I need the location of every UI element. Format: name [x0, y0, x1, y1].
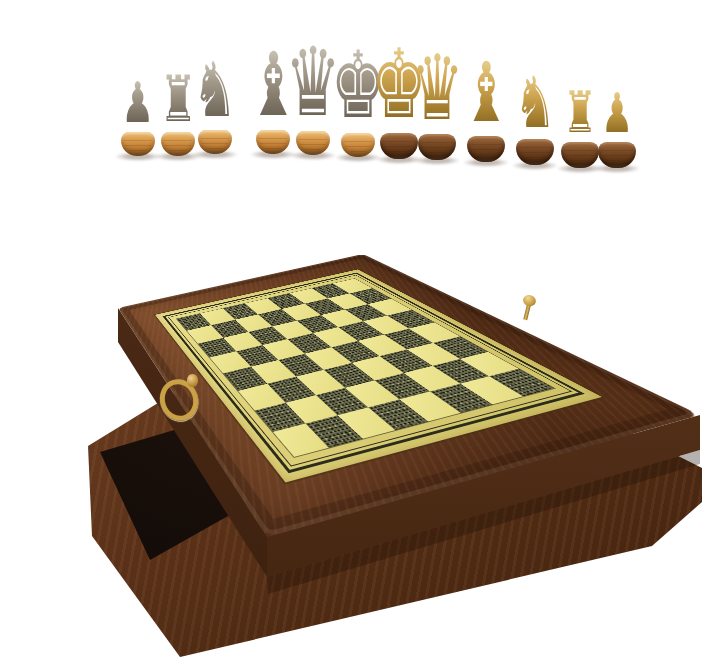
pawn-glyph: ♟: [601, 85, 633, 140]
piece-silver-knight: ♞: [183, 66, 247, 159]
piece-shadow: [192, 150, 238, 159]
piece-shadow: [594, 164, 640, 173]
piece-gold-pawn: ♟: [585, 95, 649, 173]
ring-pull-right-icon: [514, 293, 542, 325]
product-photo: ♟ ♜ ♞ ♝ ♛ ♚ ♚: [0, 0, 711, 668]
knight-glyph: ♞: [193, 53, 237, 129]
ring-pull-left-icon: [160, 374, 200, 416]
chess-board: [177, 279, 554, 457]
